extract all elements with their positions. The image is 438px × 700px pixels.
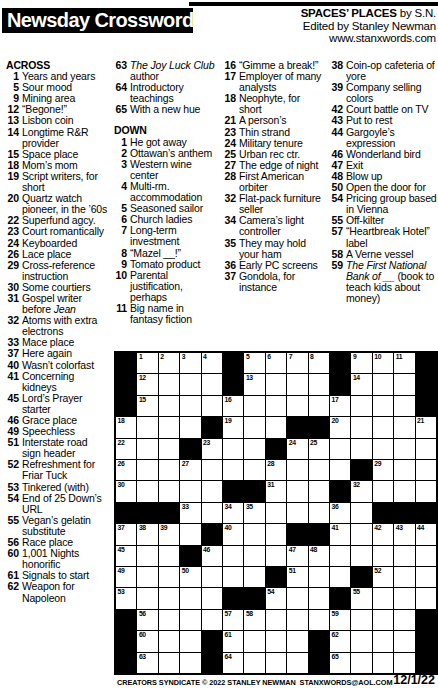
clue-text: End of 25 Down’s URL <box>22 493 108 515</box>
block-cell <box>202 524 222 544</box>
block-cell <box>287 417 307 437</box>
grid-cell[interactable] <box>202 481 222 501</box>
grid-cell[interactable] <box>159 417 179 437</box>
grid-cell[interactable]: 49 <box>116 567 136 587</box>
clue-text: Gargoyle’s expression <box>346 127 437 149</box>
block-cell <box>330 374 350 394</box>
grid-cell[interactable] <box>394 653 414 673</box>
block-cell <box>180 546 200 566</box>
block-cell <box>416 503 436 523</box>
grid-cell[interactable] <box>394 567 414 587</box>
grid-cell[interactable]: 45 <box>116 546 136 566</box>
cell-number: 17 <box>331 396 338 403</box>
grid-cell[interactable]: 21 <box>416 417 436 437</box>
grid-cell[interactable]: 64 <box>223 653 243 673</box>
grid-cell[interactable]: 43 <box>394 524 414 544</box>
clue-across-41: 41Concerning kidneys <box>2 371 108 393</box>
grid-cell[interactable]: 41 <box>330 524 350 544</box>
top-rule <box>189 2 438 6</box>
puzzle-title-line: SPACES’ PLACES by S.N. <box>301 7 436 20</box>
block-cell <box>351 460 371 480</box>
cell-number: 48 <box>310 546 317 553</box>
grid-cell[interactable]: 20 <box>330 417 350 437</box>
clue-number: 40 <box>2 360 22 371</box>
clue-number: 31 <box>2 293 22 315</box>
promo-block: MORE OF STAN’S CROSSWORDS! Play FREE fro… <box>0 684 438 700</box>
grid-cell[interactable] <box>202 374 222 394</box>
block-cell <box>244 481 264 501</box>
clue-across-51: 51Interstate road sign header <box>2 437 108 459</box>
grid-cell[interactable]: 1 <box>137 353 157 373</box>
grid-cell[interactable]: 38 <box>137 524 157 544</box>
grid-cell[interactable] <box>373 417 393 437</box>
block-cell <box>266 567 286 587</box>
cell-number: 33 <box>182 503 189 510</box>
grid-cell[interactable] <box>159 567 179 587</box>
grid-cell[interactable] <box>180 653 200 673</box>
grid-cell[interactable]: 47 <box>287 546 307 566</box>
cell-number: 40 <box>224 524 231 531</box>
clue-number: 8 <box>110 248 130 259</box>
cell-number: 62 <box>331 631 338 638</box>
grid-cell[interactable] <box>137 481 157 501</box>
clue-across-64: 64Introductory teachings <box>110 82 217 104</box>
grid-cell[interactable] <box>351 546 371 566</box>
clue-number: 4 <box>110 181 130 203</box>
grid-cell[interactable] <box>137 588 157 608</box>
grid-cell[interactable]: 23 <box>202 439 222 459</box>
grid-cell[interactable] <box>266 374 286 394</box>
clue-text: Wasn’t colorfast <box>22 360 108 371</box>
grid-cell[interactable] <box>309 396 329 416</box>
cell-number: 13 <box>246 374 253 381</box>
grid-cell[interactable] <box>266 610 286 630</box>
block-cell <box>116 396 136 416</box>
clue-text: Lord’s Prayer starter <box>22 393 108 415</box>
clue-text: Concerning kidneys <box>22 371 108 393</box>
clue-text: Parental justification, perhaps <box>130 270 217 303</box>
grid-cell[interactable] <box>223 439 243 459</box>
grid-cell[interactable]: 7 <box>287 353 307 373</box>
grid-cell[interactable] <box>351 417 371 437</box>
grid-cell[interactable] <box>223 546 243 566</box>
grid-cell[interactable] <box>180 588 200 608</box>
cell-number: 54 <box>267 588 274 595</box>
grid-cell[interactable] <box>351 503 371 523</box>
grid-cell[interactable]: 10 <box>373 353 393 373</box>
grid-cell[interactable] <box>287 374 307 394</box>
grid-cell[interactable]: 37 <box>116 524 136 544</box>
grid-cell[interactable]: 16 <box>223 396 243 416</box>
clue-text: A person’s <box>239 115 324 126</box>
clue-number: 63 <box>110 60 130 82</box>
grid-cell[interactable] <box>309 588 329 608</box>
clue-text: “Heartbreak Hotel” label <box>346 226 437 248</box>
grid-cell[interactable]: 14 <box>351 374 371 394</box>
clue-across-52: 52Refreshment for Friar Tuck <box>2 459 108 481</box>
grid-cell[interactable] <box>309 503 329 523</box>
grid-cell[interactable] <box>180 631 200 651</box>
clue-down-1: 1He got away <box>110 137 217 148</box>
cell-number: 55 <box>353 588 360 595</box>
grid-cell[interactable]: 2 <box>159 353 179 373</box>
cell-number: 42 <box>374 524 381 531</box>
clue-text: Court romantically <box>22 226 108 237</box>
grid-cell[interactable] <box>330 439 350 459</box>
clue-number: 20 <box>2 193 22 215</box>
clue-down-17: 17Employer of many analysts <box>219 71 324 93</box>
grid-cell[interactable] <box>416 481 436 501</box>
cell-number: 53 <box>118 588 125 595</box>
grid-cell[interactable] <box>266 546 286 566</box>
clue-across-53: 53Tinkered (with) <box>2 482 108 493</box>
clue-across-65: 65With a new hue <box>110 104 217 115</box>
grid-cell[interactable]: 51 <box>287 567 307 587</box>
grid-cell[interactable] <box>159 439 179 459</box>
grid-cell[interactable]: 9 <box>351 353 371 373</box>
grid-cell[interactable] <box>351 439 371 459</box>
clue-column-4: 38Coin-op cafeteria of yore39Company sel… <box>326 60 437 304</box>
grid-cell[interactable] <box>330 567 350 587</box>
grid-cell[interactable] <box>266 503 286 523</box>
grid-cell[interactable] <box>394 610 414 630</box>
grid-cell[interactable]: 57 <box>223 610 243 630</box>
block-cell <box>309 417 329 437</box>
block-cell <box>223 588 243 608</box>
grid-cell[interactable] <box>373 631 393 651</box>
clue-text: Neophyte, for short <box>239 93 324 115</box>
grid-cell[interactable] <box>180 417 200 437</box>
grid-cell[interactable]: 33 <box>180 503 200 523</box>
grid-cell[interactable] <box>394 481 414 501</box>
grid-cell[interactable] <box>373 588 393 608</box>
block-cell <box>309 524 329 544</box>
clue-down-23: 23Thin strand <box>219 127 324 138</box>
grid-cell[interactable] <box>394 396 414 416</box>
block-cell <box>180 439 200 459</box>
grid-cell[interactable] <box>416 460 436 480</box>
grid-cell[interactable]: 60 <box>137 631 157 651</box>
grid-cell[interactable] <box>416 439 436 459</box>
grid-cell[interactable]: 18 <box>116 417 136 437</box>
clue-across-63: 63The Joy Luck Club author <box>110 60 217 82</box>
clue-number: 19 <box>2 171 22 193</box>
grid-cell[interactable]: 19 <box>223 417 243 437</box>
grid-cell[interactable]: 53 <box>116 588 136 608</box>
grid-cell[interactable] <box>202 610 222 630</box>
grid-cell[interactable]: 52 <box>373 567 393 587</box>
cell-number: 52 <box>374 567 381 574</box>
grid-cell[interactable] <box>394 374 414 394</box>
clue-number: 54 <box>326 193 346 215</box>
clue-down-28: 28First American orbiter <box>219 171 324 193</box>
clue-text: Cross-reference instruction <box>22 260 108 282</box>
grid-cell[interactable] <box>394 439 414 459</box>
grid-cell[interactable] <box>394 631 414 651</box>
cell-number: 31 <box>267 481 274 488</box>
clue-down-32: 32Flat-pack furniture seller <box>219 193 324 215</box>
clue-number: 52 <box>2 459 22 481</box>
grid-cell[interactable] <box>287 610 307 630</box>
grid-cell[interactable] <box>351 396 371 416</box>
grid-cell[interactable] <box>373 610 393 630</box>
grid-cell[interactable] <box>373 374 393 394</box>
grid-cell[interactable]: 12 <box>137 374 157 394</box>
clue-number: 32 <box>2 315 22 337</box>
block-cell <box>116 653 136 673</box>
clue-across-37: 37Here again <box>2 348 108 359</box>
grid-cell[interactable] <box>202 503 222 523</box>
grid-cell[interactable] <box>244 567 264 587</box>
grid-cell[interactable] <box>180 524 200 544</box>
grid-cell[interactable] <box>159 588 179 608</box>
grid-cell[interactable] <box>394 546 414 566</box>
grid-cell[interactable]: 17 <box>330 396 350 416</box>
grid-cell[interactable] <box>159 653 179 673</box>
grid-cell[interactable] <box>373 546 393 566</box>
grid-cell[interactable] <box>351 631 371 651</box>
grid-cell[interactable]: 28 <box>266 460 286 480</box>
cell-number: 49 <box>118 567 125 574</box>
clue-number: 23 <box>219 127 239 138</box>
grid-cell[interactable] <box>394 417 414 437</box>
grid-cell[interactable] <box>266 653 286 673</box>
grid-cell[interactable] <box>137 439 157 459</box>
clue-text: Tinkered (with) <box>22 482 108 493</box>
clue-number: 37 <box>219 271 239 293</box>
grid-cell[interactable] <box>159 460 179 480</box>
grid-cell[interactable]: 59 <box>330 610 350 630</box>
grid-cell[interactable] <box>309 567 329 587</box>
grid-cell[interactable]: 34 <box>223 503 243 523</box>
grid-cell[interactable]: 8 <box>309 353 329 373</box>
cell-number: 43 <box>396 524 403 531</box>
grid-cell[interactable] <box>351 610 371 630</box>
clue-across-62: 62Weapon for Napoleon <box>2 581 108 603</box>
grid-cell[interactable]: 5 <box>244 353 264 373</box>
grid-cell[interactable]: 26 <box>116 460 136 480</box>
cell-number: 37 <box>118 524 125 531</box>
grid-cell[interactable] <box>309 460 329 480</box>
clue-number: 51 <box>2 437 22 459</box>
clue-text: Interstate road sign header <box>22 437 108 459</box>
clue-down-37: 37Gondola, for instance <box>219 271 324 293</box>
clue-number: 55 <box>2 515 22 537</box>
grid-cell[interactable] <box>159 546 179 566</box>
clue-text: “Mazel __!” <box>130 248 217 259</box>
grid-cell[interactable] <box>244 524 264 544</box>
grid-cell[interactable] <box>309 481 329 501</box>
clue-number: 32 <box>219 193 239 215</box>
grid-cell[interactable]: 48 <box>309 546 329 566</box>
grid-cell[interactable] <box>244 396 264 416</box>
grid-cell[interactable] <box>159 374 179 394</box>
cell-number: 11 <box>396 353 403 360</box>
grid-cell[interactable] <box>287 631 307 651</box>
grid-cell[interactable] <box>244 546 264 566</box>
clue-number: 53 <box>2 482 22 493</box>
cell-number: 12 <box>139 374 146 381</box>
grid-cell[interactable]: 50 <box>180 567 200 587</box>
grid-cell[interactable] <box>180 396 200 416</box>
cell-number: 10 <box>374 353 381 360</box>
cell-number: 29 <box>374 460 381 467</box>
grid-cell[interactable] <box>244 631 264 651</box>
block-cell <box>351 567 371 587</box>
grid-cell[interactable] <box>266 524 286 544</box>
grid-cell[interactable] <box>244 439 264 459</box>
grid-cell[interactable] <box>159 610 179 630</box>
grid-cell[interactable] <box>202 567 222 587</box>
clue-across-55: 55Vegan’s gelatin substitute <box>2 515 108 537</box>
grid-cell[interactable] <box>287 481 307 501</box>
grid-cell[interactable]: 55 <box>351 588 371 608</box>
clue-number: 65 <box>110 104 130 115</box>
clue-text: Western wine center <box>130 159 217 181</box>
grid-cell[interactable] <box>394 588 414 608</box>
puzzle-author: by S.N. <box>397 7 436 19</box>
clue-number: 5 <box>110 203 130 214</box>
grid-cell[interactable]: 44 <box>416 524 436 544</box>
grid-cell[interactable] <box>180 610 200 630</box>
block-cell <box>266 439 286 459</box>
clue-across-31: 31Gospel writer before Jean <box>2 293 108 315</box>
grid-cell[interactable]: 25 <box>309 439 329 459</box>
grid-cell[interactable] <box>309 610 329 630</box>
grid-cell[interactable]: 35 <box>244 503 264 523</box>
clue-text: Atoms with extra electrons <box>22 315 108 337</box>
grid-cell[interactable] <box>330 460 350 480</box>
grid-cell[interactable] <box>202 460 222 480</box>
grid-cell[interactable] <box>351 653 371 673</box>
grid-cell[interactable] <box>244 653 264 673</box>
grid-cell[interactable] <box>266 631 286 651</box>
clue-text: He got away <box>130 137 217 148</box>
clue-down-44: 44Gargoyle’s expression <box>326 127 437 149</box>
grid-cell[interactable]: 32 <box>351 481 371 501</box>
grid-cell[interactable]: 29 <box>373 460 393 480</box>
clue-text: Lisbon coin <box>22 115 108 126</box>
clue-down-59: 59The First National Bank of __ (book to… <box>326 260 437 304</box>
grid-cell[interactable] <box>159 481 179 501</box>
grid-cell[interactable] <box>394 460 414 480</box>
grid-cell[interactable]: 13 <box>244 374 264 394</box>
grid-cell[interactable] <box>287 588 307 608</box>
grid-cell[interactable] <box>159 396 179 416</box>
grid-cell[interactable]: 11 <box>394 353 414 373</box>
grid-cell[interactable]: 4 <box>202 353 222 373</box>
grid-cell[interactable]: 56 <box>137 610 157 630</box>
cell-number: 41 <box>331 524 338 531</box>
grid-cell[interactable]: 61 <box>223 631 243 651</box>
grid-cell[interactable] <box>202 588 222 608</box>
clue-across-24: 24Keyboarded <box>2 238 108 249</box>
grid-cell[interactable] <box>244 460 264 480</box>
clue-number: 14 <box>2 127 22 149</box>
cell-number: 47 <box>289 546 296 553</box>
grid-cell[interactable] <box>416 588 436 608</box>
grid-cell[interactable] <box>223 567 243 587</box>
clue-text: The First National Bank of __ (book to t… <box>346 260 437 304</box>
cell-number: 56 <box>139 610 146 617</box>
block-cell <box>416 353 436 373</box>
grid-cell[interactable]: 6 <box>266 353 286 373</box>
clue-down-21: 21A person’s <box>219 115 324 126</box>
grid-cell[interactable] <box>137 546 157 566</box>
grid-cell[interactable]: 31 <box>266 481 286 501</box>
grid-cell[interactable] <box>266 396 286 416</box>
grid-cell[interactable] <box>373 481 393 501</box>
clue-number: 3 <box>110 159 130 181</box>
grid-cell[interactable] <box>137 460 157 480</box>
cell-number: 64 <box>224 653 231 660</box>
cell-number: 25 <box>310 439 317 446</box>
grid-cell[interactable]: 3 <box>180 353 200 373</box>
grid-cell[interactable] <box>373 653 393 673</box>
clue-text: 1,001 Nights honorific <box>22 548 108 570</box>
grid-cell[interactable] <box>351 524 371 544</box>
cell-number: 45 <box>118 546 125 553</box>
clue-number: 18 <box>219 93 239 115</box>
block-cell <box>309 631 329 651</box>
grid-cell[interactable] <box>137 567 157 587</box>
clue-text: Put to rest <box>346 115 437 126</box>
grid-cell[interactable]: 58 <box>244 610 264 630</box>
grid-cell[interactable] <box>137 417 157 437</box>
grid-cell[interactable]: 36 <box>330 503 350 523</box>
grid-cell[interactable] <box>330 546 350 566</box>
grid-cell[interactable]: 63 <box>137 653 157 673</box>
editor-line: Edited by Stanley Newman <box>301 20 436 33</box>
grid-cell[interactable] <box>159 631 179 651</box>
clue-down-57: 57“Heartbreak Hotel” label <box>326 226 437 248</box>
grid-cell[interactable] <box>202 396 222 416</box>
grid-cell[interactable]: 42 <box>373 524 393 544</box>
block-cell <box>416 653 436 673</box>
clue-text: Multi-rm. accommodation <box>130 181 217 203</box>
grid-cell[interactable] <box>416 567 436 587</box>
grid-cell[interactable]: 22 <box>116 439 136 459</box>
grid-cell[interactable] <box>266 417 286 437</box>
grid-cell[interactable] <box>416 546 436 566</box>
cell-number: 27 <box>182 460 189 467</box>
grid-cell[interactable]: 62 <box>330 631 350 651</box>
grid-cell[interactable]: 40 <box>223 524 243 544</box>
grid-cell[interactable] <box>180 481 200 501</box>
grid-cell[interactable]: 39 <box>159 524 179 544</box>
grid-cell[interactable]: 15 <box>137 396 157 416</box>
grid-cell[interactable]: 46 <box>202 546 222 566</box>
grid-cell[interactable] <box>309 374 329 394</box>
grid-cell[interactable] <box>373 396 393 416</box>
grid-cell[interactable]: 24 <box>287 439 307 459</box>
clue-number: 28 <box>219 171 239 193</box>
clue-number: 57 <box>326 226 346 248</box>
grid-cell[interactable]: 65 <box>330 653 350 673</box>
grid-cell[interactable] <box>287 503 307 523</box>
clue-number: 5 <box>2 82 22 93</box>
grid-cell[interactable]: 54 <box>266 588 286 608</box>
grid-cell[interactable]: 30 <box>116 481 136 501</box>
grid-cell[interactable] <box>223 460 243 480</box>
grid-cell[interactable] <box>244 417 264 437</box>
grid-cell[interactable] <box>287 460 307 480</box>
grid-cell[interactable] <box>287 396 307 416</box>
grid-cell[interactable]: 27 <box>180 460 200 480</box>
grid-cell[interactable] <box>287 653 307 673</box>
grid-cell[interactable] <box>180 374 200 394</box>
grid-cell[interactable] <box>373 439 393 459</box>
